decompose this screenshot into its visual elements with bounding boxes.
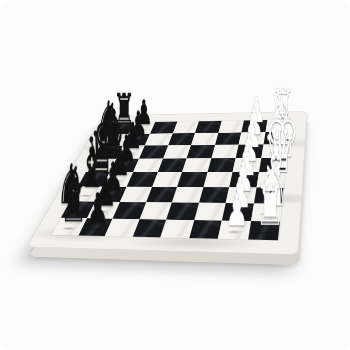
chess-board: ♜♟♟♜♞♟♟♞♝♟♟♝♚♟♟♚♛♟♟♛♝♟♟♝♞♟♟♞♜♟♟♜ <box>26 111 308 255</box>
board-grid: ♜♟♟♜♞♟♟♞♝♟♟♝♚♟♟♚♛♟♟♛♝♟♟♝♞♟♟♞♜♟♟♜ <box>52 120 291 240</box>
square-a4 <box>160 219 194 238</box>
piece-white-rook: ♜ <box>248 221 280 240</box>
square-a3 <box>189 220 222 239</box>
square-c4 <box>172 187 203 203</box>
chess-set-product-photo[interactable]: ♜♟♟♜♞♟♟♞♝♟♟♝♚♟♟♚♛♟♟♛♝♟♟♝♞♟♟♞♜♟♟♜ <box>0 0 350 350</box>
square-a1: ♜ <box>248 221 280 240</box>
scene: ♜♟♟♜♞♟♟♞♝♟♟♝♚♟♟♚♛♟♟♛♝♟♟♝♞♟♟♞♜♟♟♜ <box>0 0 350 350</box>
square-d6 <box>127 172 158 187</box>
square-d5 <box>152 172 182 187</box>
square-a2: ♟ <box>218 220 251 239</box>
square-g5 <box>168 133 195 145</box>
piece-white-pawn: ♟ <box>218 220 251 239</box>
square-c5 <box>146 187 177 203</box>
square-e6 <box>133 158 163 172</box>
square-b3 <box>194 203 226 220</box>
